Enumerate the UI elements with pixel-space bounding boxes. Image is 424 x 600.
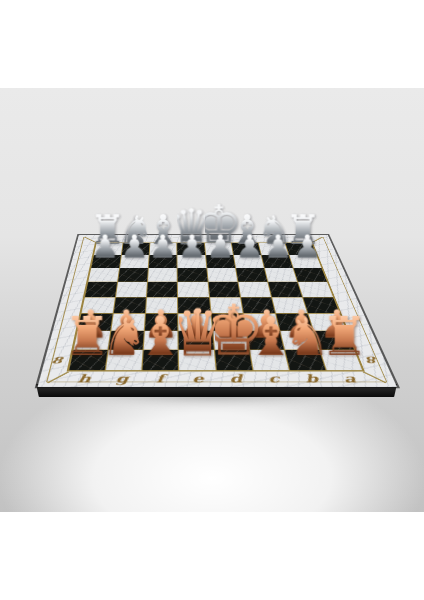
square-e1 [178,243,205,255]
square-d5 [210,297,243,313]
file-label-b: b [290,371,333,386]
square-h7 [74,331,111,349]
square-a1 [285,243,316,255]
square-c7 [246,331,283,349]
square-g6 [112,313,146,330]
square-g8 [106,350,143,370]
square-b1 [258,243,288,255]
square-a8 [320,350,362,370]
square-b7 [280,331,319,349]
square-a5 [303,297,339,313]
square-e8 [179,350,215,370]
square-a3 [294,268,327,281]
square-d1 [205,243,233,255]
square-c5 [241,297,275,313]
square-b6 [276,313,313,330]
square-h5 [82,297,116,313]
file-label-h: h [63,371,104,386]
square-c3 [236,268,267,281]
square-g5 [114,297,146,313]
rank-label-8-left: 8 [42,350,72,371]
square-h1 [94,243,123,255]
square-d7 [213,331,249,349]
square-e7 [179,331,213,349]
square-h3 [88,268,119,281]
square-f6 [145,313,178,330]
file-label-c: c [253,371,295,386]
chess-board: 8 8 hgfedcba♜♞♝♛♚♝♞♜♟♟♟♟♟♟♟♟♟♟♟♟♟♟♟♟♜♞♝♛… [38,235,397,387]
square-h8 [69,350,107,370]
square-b8 [285,350,326,370]
file-label-g: g [102,371,142,386]
square-c8 [250,350,289,370]
square-f8 [143,350,179,370]
square-e3 [178,268,207,281]
square-a6 [308,313,346,330]
square-e5 [178,297,210,313]
square-h6 [78,313,113,330]
square-f5 [146,297,177,313]
square-b3 [265,268,297,281]
square-a7 [314,331,354,349]
square-f1 [150,243,177,255]
file-label-f: f [140,371,179,386]
square-d3 [207,268,237,281]
board-squares [67,242,366,371]
square-f7 [144,331,178,349]
file-label-e: e [179,371,218,386]
square-c6 [243,313,278,330]
square-d8 [214,350,251,370]
file-label-d: d [216,371,256,386]
file-label-a: a [328,371,372,386]
product-photo: 8 8 hgfedcba♜♞♝♛♚♝♞♜♟♟♟♟♟♟♟♟♟♟♟♟♟♟♟♟♜♞♝♛… [0,88,424,512]
square-g3 [118,268,148,281]
scene: 8 8 hgfedcba♜♞♝♛♚♝♞♜♟♟♟♟♟♟♟♟♟♟♟♟♟♟♟♟♜♞♝♛… [0,88,424,512]
square-d6 [211,313,245,330]
square-e6 [179,313,212,330]
square-b5 [272,297,307,313]
square-g7 [109,331,144,349]
square-c1 [231,243,260,255]
square-f3 [148,268,177,281]
square-g1 [122,243,150,255]
